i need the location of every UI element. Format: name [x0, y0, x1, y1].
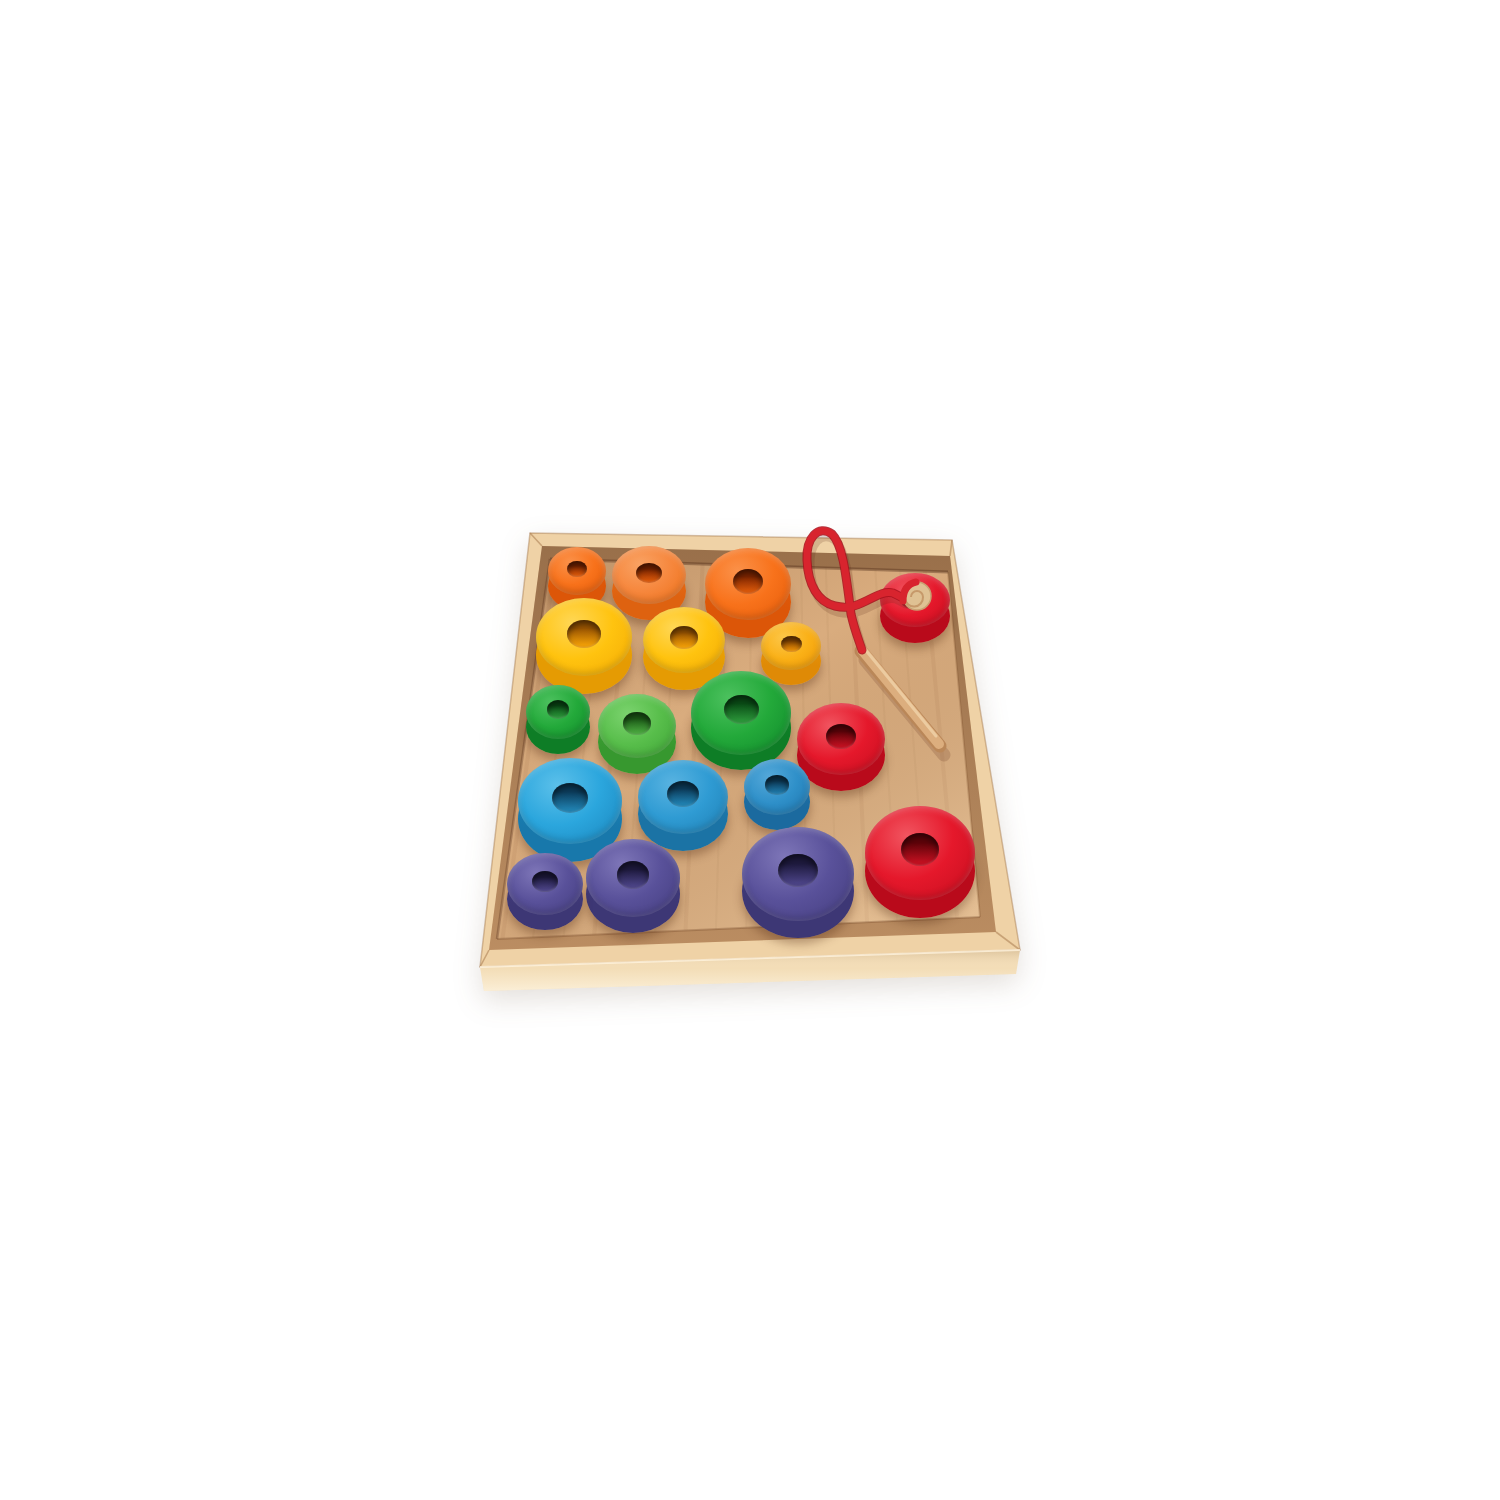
disc-hole [765, 775, 788, 795]
disc-hole [567, 620, 601, 647]
disc-hole [826, 724, 857, 749]
disc-hole [778, 854, 817, 887]
disc-hole [724, 695, 759, 724]
disc-green-small [526, 685, 590, 754]
disc-hole [901, 833, 940, 866]
disc-purple-small [507, 853, 583, 930]
disc-hole [636, 563, 662, 583]
disc-red-large [865, 806, 975, 918]
disc-red-small-threaded [880, 573, 950, 643]
disc-purple-medium [586, 839, 680, 933]
disc-hole [781, 636, 802, 653]
disc-pieces-layer [0, 0, 1500, 1500]
disc-hole [623, 712, 650, 734]
disc-hole [667, 781, 699, 807]
disc-hole [552, 783, 588, 813]
disc-blue-medium [638, 760, 728, 851]
disc-green-large [691, 671, 791, 770]
disc-hole [733, 569, 763, 594]
disc-yellow-large [536, 598, 632, 694]
disc-red-medium [797, 703, 885, 791]
disc-hole [900, 586, 931, 610]
disc-hole [617, 861, 650, 888]
disc-blue-small [744, 759, 810, 830]
product-photo-scene [0, 0, 1500, 1500]
disc-hole [670, 626, 699, 649]
disc-purple-large [742, 827, 854, 938]
